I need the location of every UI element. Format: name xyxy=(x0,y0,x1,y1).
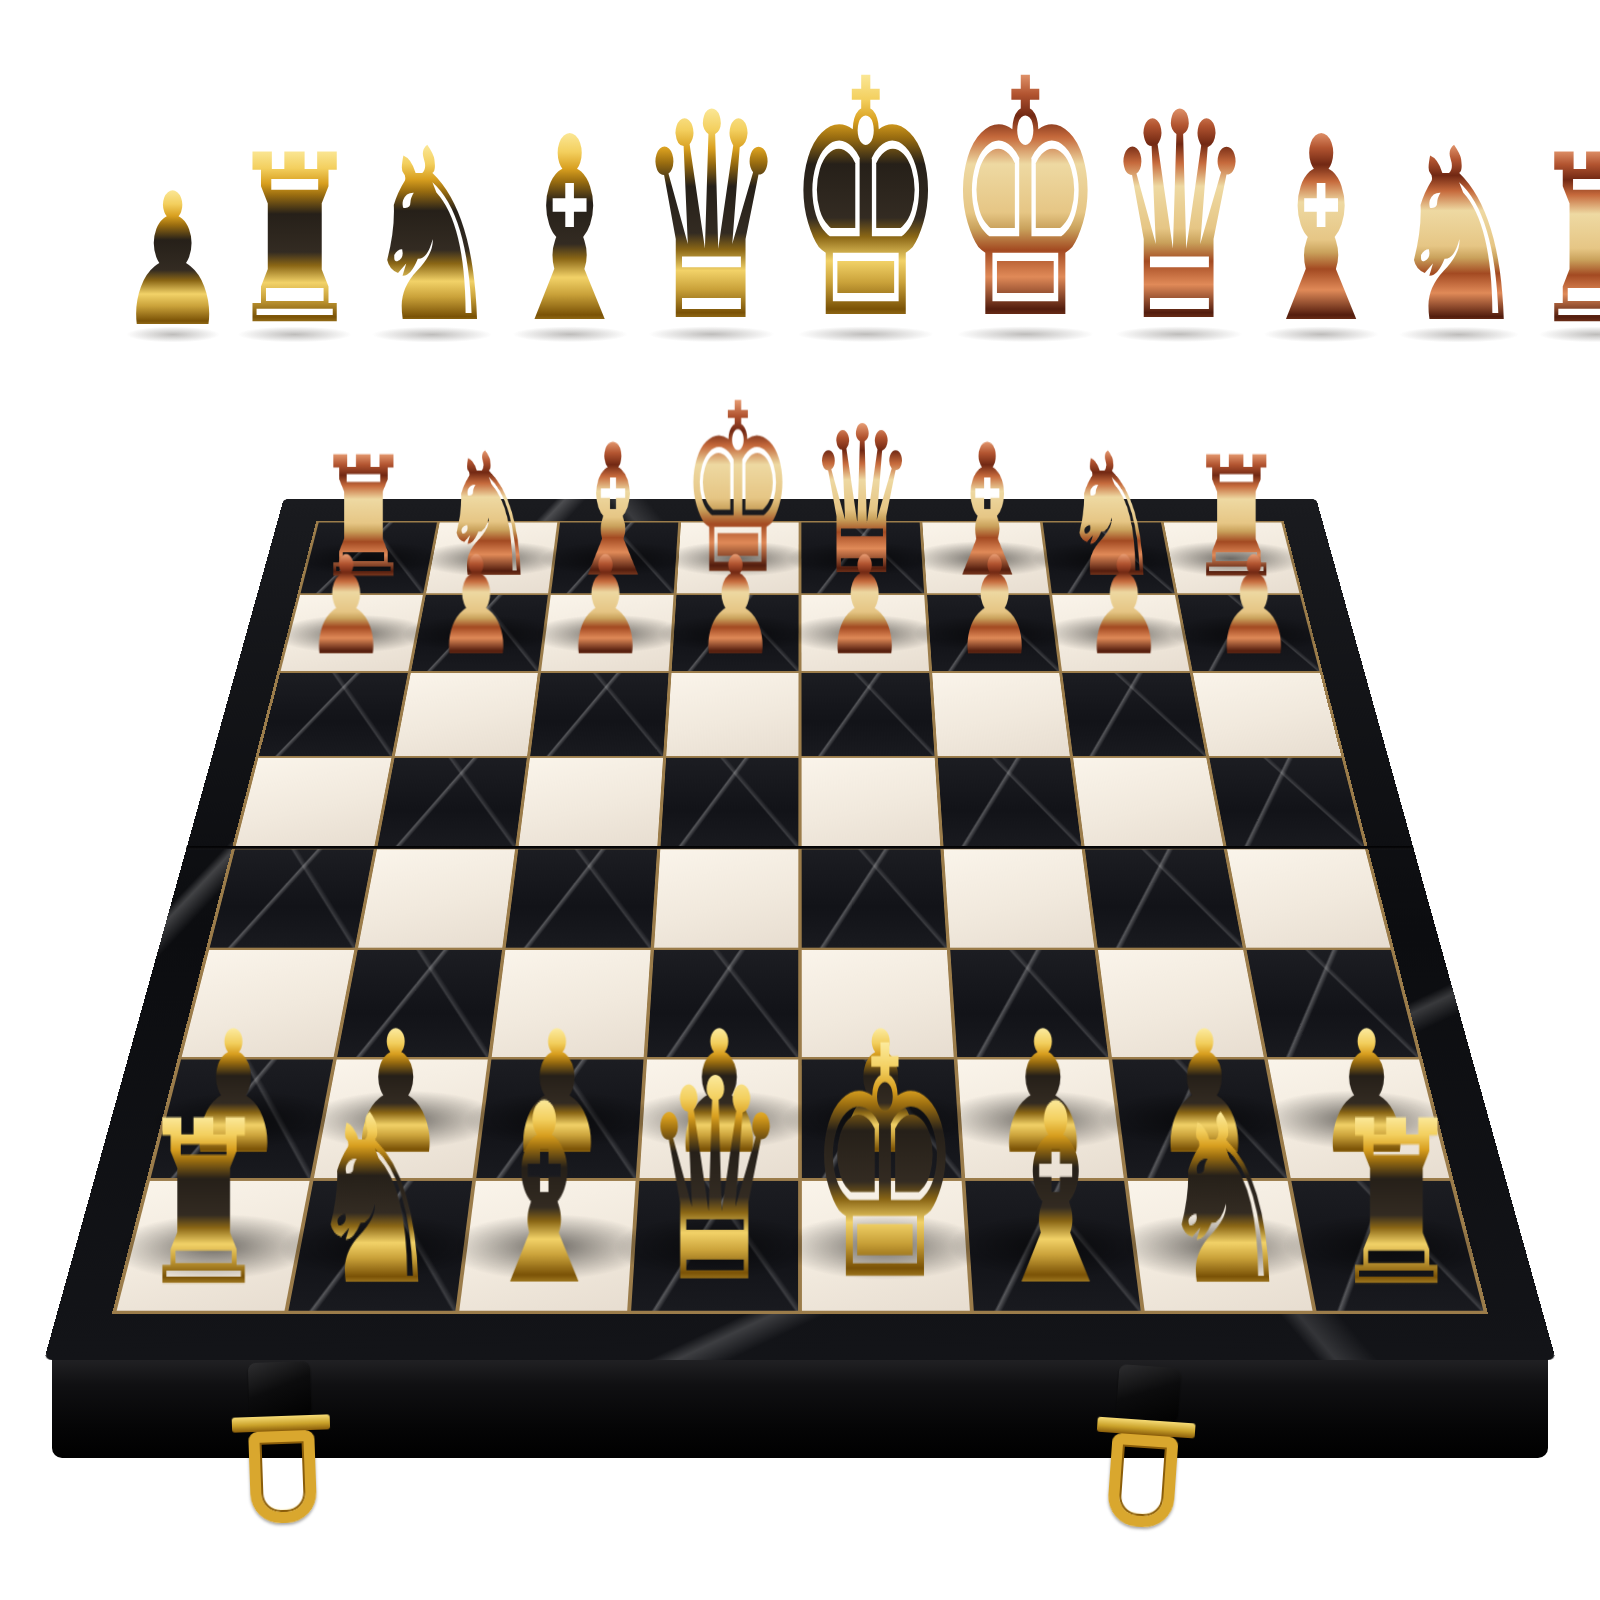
square-c6 xyxy=(530,673,668,756)
square-h6 xyxy=(1193,673,1342,756)
gold-knight-g1: ♞ xyxy=(1157,1108,1294,1294)
square-h4 xyxy=(1227,849,1391,947)
copper-pawn-h7: ♟ xyxy=(1213,553,1294,662)
right-clasp xyxy=(1086,1363,1203,1556)
square-b6 xyxy=(395,673,538,756)
square-f4 xyxy=(943,849,1094,947)
square-f1: ♝ xyxy=(965,1180,1141,1310)
square-e6 xyxy=(801,673,934,756)
lineup-gold-bishop: ♝ xyxy=(503,127,637,336)
copper-pawn-b7: ♟ xyxy=(435,553,516,662)
lineup-copper-knight: ♞ xyxy=(1388,140,1529,336)
square-e5 xyxy=(802,757,940,847)
copper-pawn-e7: ♟ xyxy=(824,553,905,662)
square-b4 xyxy=(358,849,515,947)
square-a6 xyxy=(259,673,408,756)
left-clasp-buckle xyxy=(248,1430,317,1524)
gold-rook-a1: ♜ xyxy=(138,1113,269,1295)
piece-lineup: ♟♜♞♝♛♚♚♛♝♞♜♟ xyxy=(118,36,1482,336)
square-e4 xyxy=(802,849,947,947)
lineup-gold-king: ♚ xyxy=(786,67,946,336)
square-a4 xyxy=(210,849,374,947)
copper-pawn-g7: ♟ xyxy=(1083,553,1164,662)
board-frame: ♜♞♝♚♛♝♞♜♟♟♟♟♟♟♟♟♟♟♟♟♟♟♟♟♜♞♝♛♚♝♞♜ xyxy=(44,499,1556,1360)
gold-bishop-f1: ♝ xyxy=(990,1095,1121,1294)
square-c7: ♟ xyxy=(541,595,673,671)
lineup-gold-queen: ♛ xyxy=(637,102,786,336)
gold-knight-b1: ♞ xyxy=(306,1108,443,1294)
copper-pawn-c7: ♟ xyxy=(565,553,646,662)
left-clasp xyxy=(227,1360,337,1550)
square-e1: ♚ xyxy=(802,1180,970,1310)
square-f5 xyxy=(937,757,1081,847)
square-c1: ♝ xyxy=(459,1180,635,1310)
chess-board: ♜♞♝♚♛♝♞♜♟♟♟♟♟♟♟♟♟♟♟♟♟♟♟♟♜♞♝♛♚♝♞♜ xyxy=(112,521,1488,1314)
square-h7: ♟ xyxy=(1177,595,1319,671)
lineup-copper-queen: ♛ xyxy=(1105,102,1254,336)
square-h5 xyxy=(1209,757,1365,847)
square-g6 xyxy=(1062,673,1205,756)
gold-rook-h1: ♜ xyxy=(1330,1113,1461,1295)
lineup-copper-rook: ♜ xyxy=(1529,145,1600,336)
square-g5 xyxy=(1073,757,1223,847)
square-g4 xyxy=(1085,849,1242,947)
lineup-gold-knight: ♞ xyxy=(362,140,503,336)
lineup-copper-king: ♚ xyxy=(946,67,1106,336)
gold-king-e1: ♚ xyxy=(807,1039,963,1295)
square-d5 xyxy=(660,757,798,847)
lineup-gold-pawn: ♟ xyxy=(118,186,227,336)
square-h1: ♜ xyxy=(1291,1180,1484,1310)
gold-bishop-c1: ♝ xyxy=(479,1095,610,1294)
square-d1: ♛ xyxy=(631,1180,799,1310)
square-d6 xyxy=(666,673,799,756)
gold-queen-d1: ♛ xyxy=(642,1072,787,1295)
square-g1: ♞ xyxy=(1128,1180,1312,1310)
copper-pawn-a7: ♟ xyxy=(306,553,387,662)
square-d4 xyxy=(654,849,799,947)
lineup-copper-bishop: ♝ xyxy=(1254,127,1388,336)
board-fold-seam xyxy=(186,846,1414,849)
right-clasp-strap xyxy=(1116,1364,1182,1426)
square-a5 xyxy=(235,757,391,847)
square-f6 xyxy=(932,673,1070,756)
copper-pawn-d7: ♟ xyxy=(695,553,776,662)
lineup-gold-rook: ♜ xyxy=(227,145,361,336)
copper-pawn-f7: ♟ xyxy=(954,553,1035,662)
chess-set-photo: ♟♜♞♝♛♚♚♛♝♞♜♟ ♜♞♝♚♛♝♞♜♟♟♟♟♟♟♟♟♟♟♟♟♟♟♟♟♜♞♝… xyxy=(0,0,1600,1600)
right-clasp-buckle xyxy=(1106,1433,1178,1529)
square-b5 xyxy=(377,757,527,847)
left-clasp-strap xyxy=(248,1361,312,1421)
square-d7: ♟ xyxy=(671,595,798,671)
left-clasp-hinge xyxy=(232,1414,330,1432)
square-c5 xyxy=(519,757,663,847)
square-c4 xyxy=(506,849,657,947)
